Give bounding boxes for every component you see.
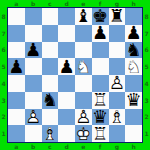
square-f3[interactable]: ♜♖	[92, 92, 109, 109]
file-label-h: h	[125, 143, 142, 150]
piece-white-knight: ♞♘	[125, 58, 142, 75]
piece-white-pawn: ♟♙	[75, 109, 92, 126]
square-c6[interactable]	[42, 42, 59, 59]
file-label-c: c	[42, 143, 59, 150]
piece-white-pawn: ♟♙	[109, 75, 126, 92]
square-f4[interactable]	[92, 75, 109, 92]
square-d1[interactable]	[58, 125, 75, 142]
file-label-c: c	[42, 0, 59, 7]
square-c8[interactable]	[42, 8, 59, 25]
square-f6[interactable]	[92, 42, 109, 59]
piece-white-king: ♚♔	[75, 125, 92, 142]
file-label-g: g	[109, 0, 126, 7]
square-g7[interactable]	[109, 25, 126, 42]
piece-white-pawn: ♟♙	[25, 109, 42, 126]
rank-label-2: 2	[0, 109, 7, 126]
square-a2[interactable]	[8, 109, 25, 126]
square-d8[interactable]	[58, 8, 75, 25]
square-a4[interactable]	[8, 75, 25, 92]
file-label-e: e	[75, 143, 92, 150]
square-h6[interactable]: ♞	[125, 42, 142, 59]
square-a5[interactable]: ♟	[8, 58, 25, 75]
square-e1[interactable]: ♚♔	[75, 125, 92, 142]
square-h2[interactable]	[125, 109, 142, 126]
file-label-h: h	[125, 0, 142, 7]
piece-black-pawn: ♟	[92, 25, 109, 42]
rank-label-1: 1	[0, 125, 7, 142]
square-a8[interactable]	[8, 8, 25, 25]
square-g4[interactable]: ♟♙	[109, 75, 126, 92]
rank-label-7: 7	[143, 25, 150, 42]
piece-black-pawn: ♟	[25, 42, 42, 59]
square-c5[interactable]	[42, 58, 59, 75]
piece-white-rook: ♜♖	[92, 125, 109, 142]
file-label-f: f	[92, 0, 109, 7]
file-label-d: d	[58, 143, 75, 150]
square-f1[interactable]: ♜♖	[92, 125, 109, 142]
square-c1[interactable]: ♝♗	[42, 125, 59, 142]
rank-label-6: 6	[143, 42, 150, 59]
file-label-f: f	[92, 143, 109, 150]
piece-white-bishop: ♝♗	[109, 109, 126, 126]
piece-black-pawn: ♟	[125, 25, 142, 42]
square-e8[interactable]: ♝	[75, 8, 92, 25]
file-label-a: a	[8, 0, 25, 7]
file-label-d: d	[58, 0, 75, 7]
square-e2[interactable]: ♟♙	[75, 109, 92, 126]
square-h5[interactable]: ♞♘	[125, 58, 142, 75]
piece-black-knight: ♞	[125, 42, 142, 59]
piece-black-rook: ♜	[109, 8, 126, 25]
square-b2[interactable]: ♟♙	[25, 109, 42, 126]
piece-black-pawn: ♟	[58, 58, 75, 75]
square-d6[interactable]	[58, 42, 75, 59]
square-g3[interactable]	[109, 92, 126, 109]
square-g1[interactable]	[109, 125, 126, 142]
rank-label-1: 1	[143, 125, 150, 142]
file-label-g: g	[109, 143, 126, 150]
square-b1[interactable]	[25, 125, 42, 142]
square-b4[interactable]	[25, 75, 42, 92]
square-a1[interactable]	[8, 125, 25, 142]
rank-labels-right: 87654321	[143, 8, 150, 142]
square-f2[interactable]: ♛	[92, 109, 109, 126]
square-b8[interactable]	[25, 8, 42, 25]
square-c7[interactable]	[42, 25, 59, 42]
square-f5[interactable]	[92, 58, 109, 75]
square-h8[interactable]	[125, 8, 142, 25]
square-h4[interactable]	[125, 75, 142, 92]
rank-label-7: 7	[0, 25, 7, 42]
file-label-e: e	[75, 0, 92, 7]
square-g8[interactable]: ♜	[109, 8, 126, 25]
square-d3[interactable]	[58, 92, 75, 109]
piece-white-knight: ♞♘	[75, 58, 92, 75]
square-e6[interactable]	[75, 42, 92, 59]
piece-black-pawn: ♟	[8, 58, 25, 75]
rank-label-8: 8	[143, 8, 150, 25]
rank-label-4: 4	[143, 75, 150, 92]
rank-label-3: 3	[143, 92, 150, 109]
piece-black-bishop: ♝	[75, 8, 92, 25]
rank-labels-left: 87654321	[0, 8, 7, 142]
rank-label-6: 6	[0, 42, 7, 59]
square-d5[interactable]: ♟	[58, 58, 75, 75]
chess-board: ♝♚♜♟♟♟♞♟♟♞♘♞♘♟♙♞♜♖♛♟♙♟♙♛♝♗♝♗♚♔♜♖	[7, 7, 143, 143]
square-e3[interactable]	[75, 92, 92, 109]
square-c4[interactable]	[42, 75, 59, 92]
square-a3[interactable]	[8, 92, 25, 109]
square-h7[interactable]: ♟	[125, 25, 142, 42]
rank-label-4: 4	[0, 75, 7, 92]
piece-black-knight: ♞	[42, 92, 59, 109]
piece-black-queen: ♛	[92, 109, 109, 126]
square-c3[interactable]: ♞	[42, 92, 59, 109]
square-g5[interactable]	[109, 58, 126, 75]
square-b5[interactable]	[25, 58, 42, 75]
file-label-b: b	[25, 0, 42, 7]
square-e5[interactable]: ♞♘	[75, 58, 92, 75]
rank-label-5: 5	[143, 58, 150, 75]
chess-board-frame: abcdefgh abcdefgh 87654321 87654321 ♝♚♜♟…	[0, 0, 150, 150]
rank-label-8: 8	[0, 8, 7, 25]
square-a6[interactable]	[8, 42, 25, 59]
square-h1[interactable]	[125, 125, 142, 142]
piece-white-rook: ♜♖	[92, 92, 109, 109]
piece-black-king: ♚	[92, 8, 109, 25]
square-f8[interactable]: ♚	[92, 8, 109, 25]
square-d4[interactable]	[58, 75, 75, 92]
square-h3[interactable]: ♛	[125, 92, 142, 109]
piece-black-queen: ♛	[125, 92, 142, 109]
square-e7[interactable]	[75, 25, 92, 42]
square-b6[interactable]: ♟	[25, 42, 42, 59]
square-c2[interactable]	[42, 109, 59, 126]
square-g2[interactable]: ♝♗	[109, 109, 126, 126]
square-f7[interactable]: ♟	[92, 25, 109, 42]
rank-label-2: 2	[143, 109, 150, 126]
square-a7[interactable]	[8, 25, 25, 42]
rank-label-5: 5	[0, 58, 7, 75]
file-label-b: b	[25, 143, 42, 150]
square-b3[interactable]	[25, 92, 42, 109]
square-d2[interactable]	[58, 109, 75, 126]
piece-white-bishop: ♝♗	[42, 125, 59, 142]
square-e4[interactable]	[75, 75, 92, 92]
file-labels-top: abcdefgh	[8, 0, 142, 7]
square-d7[interactable]	[58, 25, 75, 42]
square-b7[interactable]	[25, 25, 42, 42]
rank-label-3: 3	[0, 92, 7, 109]
file-label-a: a	[8, 143, 25, 150]
square-g6[interactable]	[109, 42, 126, 59]
file-labels-bottom: abcdefgh	[8, 143, 142, 150]
